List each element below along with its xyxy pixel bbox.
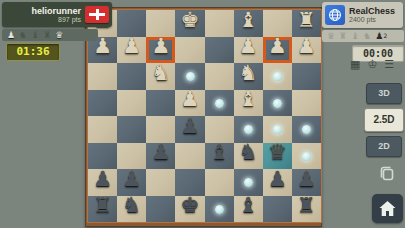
menu-icon[interactable]: ☰: [384, 59, 394, 71]
captured-knight: ♞: [19, 29, 27, 41]
white-pawn[interactable]: ♟: [263, 34, 292, 61]
white-knight[interactable]: ♞: [146, 60, 175, 87]
move-dot-g5[interactable]: [273, 99, 282, 108]
view-2d-button[interactable]: 2D: [366, 136, 402, 157]
square-a6[interactable]: [88, 63, 117, 90]
square-b6[interactable]: [117, 63, 146, 90]
black-bishop[interactable]: ♝: [205, 140, 234, 167]
black-knight[interactable]: ♞: [117, 193, 146, 220]
square-f3[interactable]: ♞: [234, 143, 263, 170]
black-rook[interactable]: ♜: [292, 193, 321, 220]
board[interactable]: ♜♚♝♜♟♟♟♟♟♟♞♞♟♝♟♟♝♞♛♟♟♟♟♜♞♚♝♜: [88, 10, 321, 222]
white-bishop[interactable]: ♝: [234, 87, 263, 114]
captured-bishop: ♝: [31, 29, 39, 41]
square-e5[interactable]: [205, 90, 234, 117]
white-pawn[interactable]: ♟: [146, 34, 175, 61]
square-b5[interactable]: [117, 90, 146, 117]
player-left-points: 897 pts: [2, 16, 81, 24]
clock-left: 01:36: [6, 43, 60, 61]
square-b1[interactable]: ♞: [117, 196, 146, 223]
square-h5[interactable]: [292, 90, 321, 117]
player-right-name: RealChess: [349, 6, 403, 16]
view-buttons: 3D2.5D2D: [364, 83, 404, 157]
black-pawn[interactable]: ♟: [175, 113, 204, 140]
square-g6[interactable]: [263, 63, 292, 90]
square-a1[interactable]: ♜: [88, 196, 117, 223]
black-rook[interactable]: ♜: [88, 193, 117, 220]
square-e8[interactable]: [205, 10, 234, 37]
black-queen[interactable]: ♛: [263, 140, 292, 167]
black-king[interactable]: ♚: [175, 193, 204, 220]
tray-right: ♛♜♝♞♟2: [322, 30, 404, 42]
square-b7[interactable]: ♟: [117, 37, 146, 64]
home-button[interactable]: [372, 194, 403, 223]
square-b4[interactable]: [117, 116, 146, 143]
square-g1[interactable]: [263, 196, 292, 223]
view-25d-button[interactable]: 2.5D: [364, 108, 404, 132]
pieces-icon[interactable]: ♔: [367, 59, 377, 71]
square-d1[interactable]: ♚: [175, 196, 204, 223]
square-c3[interactable]: ♟: [146, 143, 175, 170]
move-dot-g4[interactable]: [273, 125, 282, 134]
black-pawn[interactable]: ♟: [88, 166, 117, 193]
square-c6[interactable]: ♞: [146, 63, 175, 90]
square-a5[interactable]: [88, 90, 117, 117]
white-pawn[interactable]: ♟: [117, 34, 146, 61]
square-h6[interactable]: [292, 63, 321, 90]
square-e3[interactable]: ♝: [205, 143, 234, 170]
square-h4[interactable]: [292, 116, 321, 143]
player-panel-right: RealChess 2400 pts: [322, 2, 403, 28]
black-bishop[interactable]: ♝: [234, 193, 263, 220]
captured-queen: ♛: [55, 29, 63, 41]
white-bishop[interactable]: ♝: [234, 7, 263, 34]
player-right-points: 2400 pts: [349, 16, 403, 24]
tray-left: ♟♞♝♜♛: [2, 29, 98, 41]
square-f5[interactable]: ♝: [234, 90, 263, 117]
captured-rook: ♜: [339, 30, 347, 42]
square-c1[interactable]: [146, 196, 175, 223]
square-h7[interactable]: ♟: [292, 37, 321, 64]
square-e6[interactable]: [205, 63, 234, 90]
move-dot-e5[interactable]: [215, 99, 224, 108]
square-e2[interactable]: [205, 169, 234, 196]
black-pawn[interactable]: ♟: [117, 166, 146, 193]
square-h1[interactable]: ♜: [292, 196, 321, 223]
copy-button[interactable]: [374, 161, 400, 185]
white-pawn[interactable]: ♟: [234, 34, 263, 61]
square-c5[interactable]: [146, 90, 175, 117]
white-knight[interactable]: ♞: [234, 60, 263, 87]
view-3d-button[interactable]: 3D: [366, 83, 402, 104]
move-dot-h3[interactable]: [302, 152, 311, 161]
captured-rook: ♜: [43, 29, 51, 41]
square-g5[interactable]: [263, 90, 292, 117]
square-a4[interactable]: [88, 116, 117, 143]
move-dot-g6[interactable]: [273, 72, 282, 81]
captured-knight: ♞: [363, 30, 371, 42]
player-left-name: heliorunner: [2, 6, 81, 16]
black-pawn[interactable]: ♟: [292, 166, 321, 193]
globe-icon: [325, 5, 345, 25]
black-pawn[interactable]: ♟: [146, 140, 175, 167]
white-king[interactable]: ♚: [175, 7, 204, 34]
move-dot-f2[interactable]: [244, 178, 253, 187]
captured-queen: ♛: [327, 30, 335, 42]
white-pawn[interactable]: ♟: [175, 87, 204, 114]
player-left-info: heliorunner 897 pts: [2, 6, 85, 24]
swiss-flag-icon: [85, 6, 109, 23]
square-f1[interactable]: ♝: [234, 196, 263, 223]
black-pawn[interactable]: ♟: [263, 166, 292, 193]
board-icon[interactable]: ▦: [350, 59, 360, 71]
square-e1[interactable]: [205, 196, 234, 223]
white-rook[interactable]: ♜: [292, 7, 321, 34]
square-d3[interactable]: [175, 143, 204, 170]
move-dot-h4[interactable]: [302, 125, 311, 134]
move-dot-f4[interactable]: [244, 125, 253, 134]
player-panel-left: heliorunner 897 pts: [2, 2, 112, 27]
square-d4[interactable]: ♟: [175, 116, 204, 143]
screen: ♜♚♝♜♟♟♟♟♟♟♞♞♟♝♟♟♝♞♛♟♟♟♟♜♞♚♝♜ heliorunner…: [0, 0, 405, 228]
square-g2[interactable]: ♟: [263, 169, 292, 196]
square-e7[interactable]: [205, 37, 234, 64]
player-right-info: RealChess 2400 pts: [349, 6, 403, 24]
captured-bishop: ♝: [351, 30, 359, 42]
captured-pawn: ♟: [7, 29, 15, 41]
mini-icons: ▦♔☰: [350, 59, 404, 71]
board-frame: ♜♚♝♜♟♟♟♟♟♟♞♞♟♝♟♟♝♞♛♟♟♟♟♜♞♚♝♜: [85, 7, 322, 227]
captured-pawn: ♟2: [375, 30, 383, 42]
white-pawn[interactable]: ♟: [292, 34, 321, 61]
move-dot-d6[interactable]: [186, 72, 195, 81]
square-c2[interactable]: [146, 169, 175, 196]
square-g7[interactable]: ♟: [263, 37, 292, 64]
square-d8[interactable]: ♚: [175, 10, 204, 37]
square-d7[interactable]: [175, 37, 204, 64]
black-knight[interactable]: ♞: [234, 140, 263, 167]
move-dot-e1[interactable]: [215, 205, 224, 214]
